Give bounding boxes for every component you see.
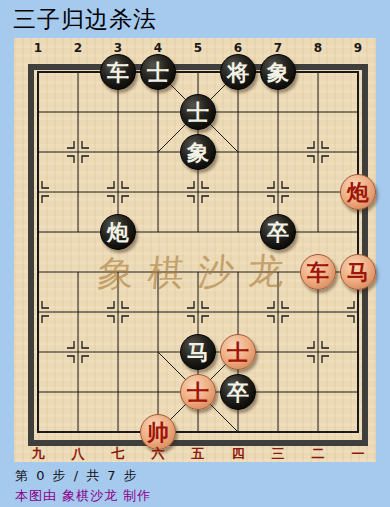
piece-black-general[interactable]: 将 <box>220 54 256 90</box>
page-title: 三子归边杀法 <box>13 4 157 35</box>
file-label: 七 <box>98 447 138 461</box>
file-label: 四 <box>218 447 258 461</box>
file-label: 一 <box>338 447 378 461</box>
file-label: 二 <box>298 447 338 461</box>
piece-red-general[interactable]: 帅 <box>140 414 176 450</box>
piece-black-soldier-2[interactable]: 卒 <box>220 374 256 410</box>
piece-black-elephant-2[interactable]: 象 <box>180 134 216 170</box>
piece-black-horse[interactable]: 马 <box>180 334 216 370</box>
piece-red-cannon[interactable]: 炮 <box>340 174 376 210</box>
piece-black-advisor-2[interactable]: 士 <box>180 94 216 130</box>
credit-text: 本图由 象棋沙龙 制作 <box>15 487 151 505</box>
piece-red-horse[interactable]: 马 <box>340 254 376 290</box>
file-label: 九 <box>18 447 58 461</box>
file-numbers-bottom: 九 八 七 六 五 四 三 二 一 <box>18 447 378 461</box>
xiangqi-board[interactable]: 1 2 3 4 5 6 7 8 9 <box>14 38 376 462</box>
piece-black-cannon[interactable]: 炮 <box>100 214 136 250</box>
piece-black-soldier-1[interactable]: 卒 <box>260 214 296 250</box>
piece-black-elephant-1[interactable]: 象 <box>260 54 296 90</box>
piece-red-chariot[interactable]: 车 <box>300 254 336 290</box>
file-label: 六 <box>138 447 178 461</box>
piece-black-advisor-1[interactable]: 士 <box>140 54 176 90</box>
file-label: 八 <box>58 447 98 461</box>
piece-red-advisor-1[interactable]: 士 <box>220 334 256 370</box>
move-counter: 第 0 步 / 共 7 步 <box>15 467 139 485</box>
file-label: 五 <box>178 447 218 461</box>
piece-black-chariot[interactable]: 车 <box>100 54 136 90</box>
file-label: 三 <box>258 447 298 461</box>
piece-red-advisor-2[interactable]: 士 <box>180 374 216 410</box>
